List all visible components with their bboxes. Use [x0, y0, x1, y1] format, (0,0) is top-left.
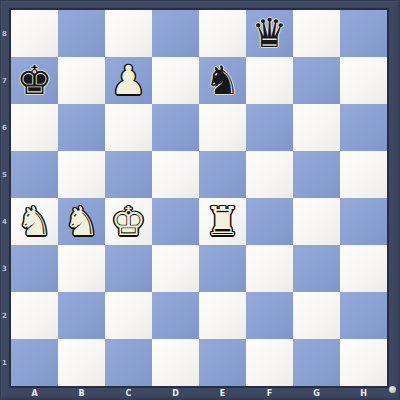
square-b7[interactable]: [58, 57, 105, 104]
square-h2[interactable]: [340, 292, 387, 339]
rank-label-1: 1: [0, 339, 9, 386]
square-g3[interactable]: [293, 245, 340, 292]
file-label-a: A: [11, 387, 58, 400]
square-a7[interactable]: ♚: [11, 57, 58, 104]
square-g7[interactable]: [293, 57, 340, 104]
rank-label-7: 7: [0, 57, 9, 104]
square-f4[interactable]: [246, 198, 293, 245]
square-e7[interactable]: ♞: [199, 57, 246, 104]
square-e5[interactable]: [199, 151, 246, 198]
square-b6[interactable]: [58, 104, 105, 151]
square-g1[interactable]: [293, 339, 340, 386]
square-a6[interactable]: [11, 104, 58, 151]
square-b3[interactable]: [58, 245, 105, 292]
square-g6[interactable]: [293, 104, 340, 151]
black-king-a7[interactable]: ♚: [11, 57, 58, 104]
rank-label-5: 5: [0, 151, 9, 198]
square-f1[interactable]: [246, 339, 293, 386]
square-h3[interactable]: [340, 245, 387, 292]
corner-dot: [389, 386, 396, 393]
square-f6[interactable]: [246, 104, 293, 151]
square-f3[interactable]: [246, 245, 293, 292]
square-d2[interactable]: [152, 292, 199, 339]
square-g5[interactable]: [293, 151, 340, 198]
square-h7[interactable]: [340, 57, 387, 104]
square-f5[interactable]: [246, 151, 293, 198]
square-b2[interactable]: [58, 292, 105, 339]
file-label-e: E: [199, 387, 246, 400]
square-b5[interactable]: [58, 151, 105, 198]
square-e1[interactable]: [199, 339, 246, 386]
square-c4[interactable]: ♚: [105, 198, 152, 245]
square-a2[interactable]: [11, 292, 58, 339]
square-a5[interactable]: [11, 151, 58, 198]
file-label-d: D: [152, 387, 199, 400]
white-king-c4[interactable]: ♚: [105, 198, 152, 245]
black-queen-f8[interactable]: ♛: [246, 10, 293, 57]
rank-label-3: 3: [0, 245, 9, 292]
square-c6[interactable]: [105, 104, 152, 151]
square-h1[interactable]: [340, 339, 387, 386]
file-label-c: C: [105, 387, 152, 400]
file-label-b: B: [58, 387, 105, 400]
square-e3[interactable]: [199, 245, 246, 292]
square-d5[interactable]: [152, 151, 199, 198]
square-c7[interactable]: ♟: [105, 57, 152, 104]
square-a8[interactable]: [11, 10, 58, 57]
square-c8[interactable]: [105, 10, 152, 57]
white-pawn-c7[interactable]: ♟: [105, 57, 152, 104]
square-c3[interactable]: [105, 245, 152, 292]
square-d3[interactable]: [152, 245, 199, 292]
chess-diagram: 87654321 ♛♚♟♞♞♞♚♜ ABCDEFGH: [0, 0, 400, 400]
square-b8[interactable]: [58, 10, 105, 57]
square-d4[interactable]: [152, 198, 199, 245]
black-knight-e7[interactable]: ♞: [199, 57, 246, 104]
rank-label-8: 8: [0, 10, 9, 57]
square-b4[interactable]: ♞: [58, 198, 105, 245]
rank-label-2: 2: [0, 292, 9, 339]
square-a4[interactable]: ♞: [11, 198, 58, 245]
square-c2[interactable]: [105, 292, 152, 339]
square-g2[interactable]: [293, 292, 340, 339]
square-f8[interactable]: ♛: [246, 10, 293, 57]
square-a3[interactable]: [11, 245, 58, 292]
rank-label-4: 4: [0, 198, 9, 245]
square-e4[interactable]: ♜: [199, 198, 246, 245]
white-rook-e4[interactable]: ♜: [199, 198, 246, 245]
square-f2[interactable]: [246, 292, 293, 339]
square-f7[interactable]: [246, 57, 293, 104]
square-c5[interactable]: [105, 151, 152, 198]
square-h8[interactable]: [340, 10, 387, 57]
square-b1[interactable]: [58, 339, 105, 386]
rank-label-6: 6: [0, 104, 9, 151]
square-e8[interactable]: [199, 10, 246, 57]
square-a1[interactable]: [11, 339, 58, 386]
square-c1[interactable]: [105, 339, 152, 386]
file-label-f: F: [246, 387, 293, 400]
square-d6[interactable]: [152, 104, 199, 151]
square-e6[interactable]: [199, 104, 246, 151]
square-e2[interactable]: [199, 292, 246, 339]
file-label-h: H: [340, 387, 387, 400]
square-d8[interactable]: [152, 10, 199, 57]
rank-labels: 87654321: [0, 10, 9, 386]
file-labels: ABCDEFGH: [11, 387, 387, 400]
square-d1[interactable]: [152, 339, 199, 386]
board[interactable]: ♛♚♟♞♞♞♚♜: [9, 8, 389, 388]
square-h4[interactable]: [340, 198, 387, 245]
white-knight-b4[interactable]: ♞: [58, 198, 105, 245]
white-knight-a4[interactable]: ♞: [11, 198, 58, 245]
square-h6[interactable]: [340, 104, 387, 151]
square-g8[interactable]: [293, 10, 340, 57]
square-d7[interactable]: [152, 57, 199, 104]
square-g4[interactable]: [293, 198, 340, 245]
file-label-g: G: [293, 387, 340, 400]
square-h5[interactable]: [340, 151, 387, 198]
